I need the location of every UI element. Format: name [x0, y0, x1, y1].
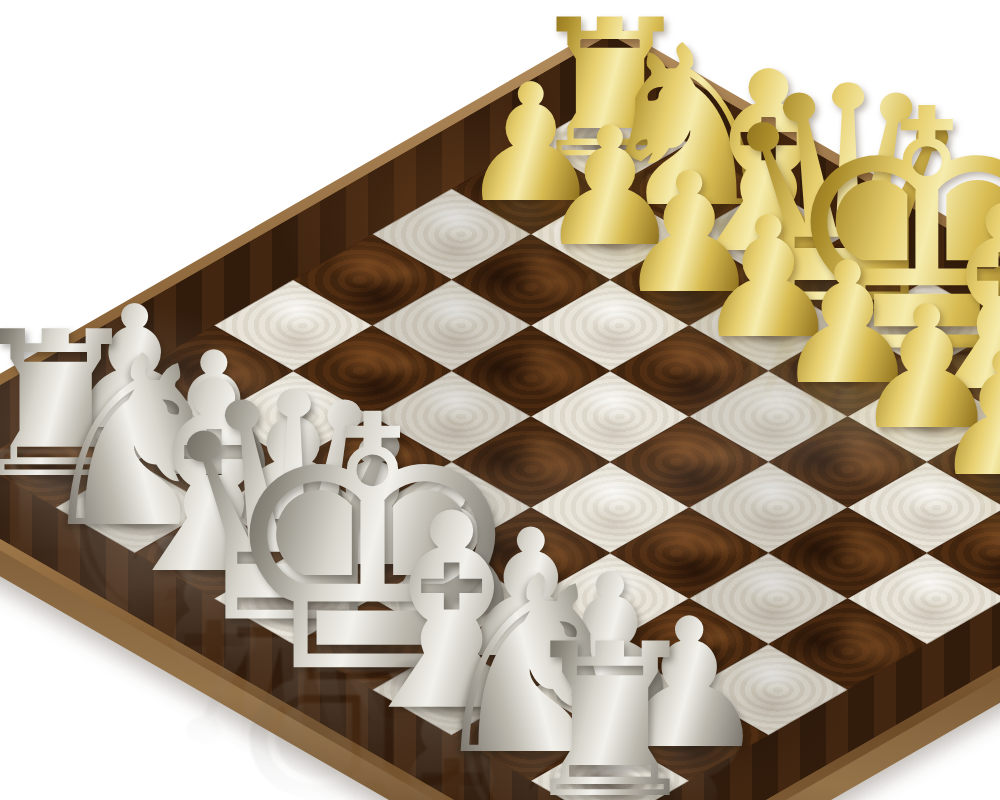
- chess-board: ♜♜♞♞♝♝♛♛♚♚♝♝♞♞♜♜♟♟♟♟♟♟♟♟♟♟♟♟♟♟♟♟♟♟♟♟♟♟♟♟…: [0, 23, 1000, 800]
- gold-pawn-glyph: ♟: [929, 329, 1000, 500]
- silver-rook-glyph: ♜: [515, 615, 705, 800]
- chess-set-photo: ♜♜♞♞♝♝♛♛♚♚♝♝♞♞♜♜♟♟♟♟♟♟♟♟♟♟♟♟♟♟♟♟♟♟♟♟♟♟♟♟…: [0, 0, 1000, 800]
